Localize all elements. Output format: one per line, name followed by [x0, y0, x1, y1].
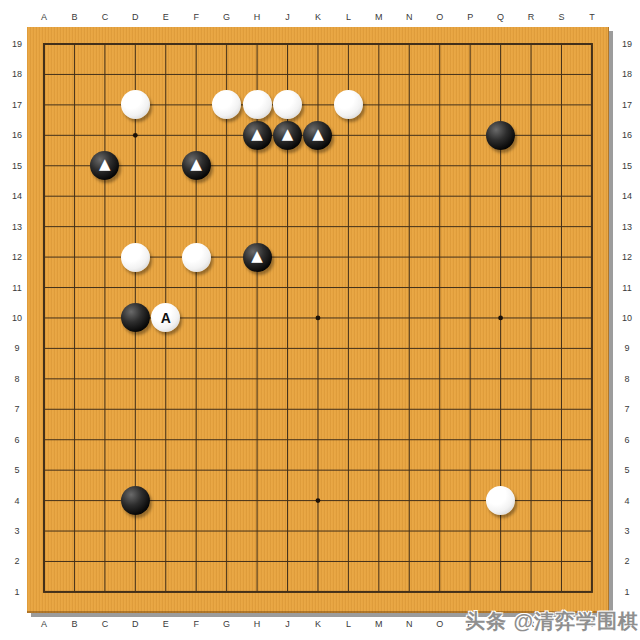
col-label-bottom-M: M	[369, 617, 389, 631]
col-label-top-K: K	[308, 10, 328, 24]
row-label-left-3: 3	[7, 524, 27, 538]
white-stone-E10: A	[151, 303, 180, 332]
row-label-left-13: 13	[7, 220, 27, 234]
triangle-mark: ▲	[312, 127, 324, 142]
triangle-mark: ▲	[282, 127, 294, 142]
row-label-right-18: 18	[617, 67, 637, 81]
watermark-text: 头条 @清弈学围棋	[465, 608, 639, 635]
col-label-top-D: D	[125, 10, 145, 24]
white-stone-J17	[273, 90, 302, 119]
row-label-left-5: 5	[7, 463, 27, 477]
row-label-left-18: 18	[7, 67, 27, 81]
row-label-left-11: 11	[7, 281, 27, 295]
col-label-top-O: O	[430, 10, 450, 24]
col-label-top-F: F	[186, 10, 206, 24]
col-label-top-G: G	[217, 10, 237, 24]
col-label-top-L: L	[338, 10, 358, 24]
row-label-left-17: 17	[7, 98, 27, 112]
row-label-right-11: 11	[617, 281, 637, 295]
col-label-top-P: P	[460, 10, 480, 24]
row-label-right-19: 19	[617, 37, 637, 51]
white-stone-L17	[334, 90, 363, 119]
col-label-bottom-G: G	[217, 617, 237, 631]
col-label-bottom-O: O	[430, 617, 450, 631]
black-stone-H12: ▲	[243, 243, 272, 272]
col-label-bottom-C: C	[95, 617, 115, 631]
black-stone-F15: ▲	[182, 151, 211, 180]
white-stone-D12	[121, 243, 150, 272]
col-label-bottom-L: L	[338, 617, 358, 631]
triangle-mark: ▲	[190, 157, 202, 172]
row-label-left-9: 9	[7, 341, 27, 355]
row-label-right-5: 5	[617, 463, 637, 477]
row-label-left-1: 1	[7, 585, 27, 599]
col-label-top-S: S	[551, 10, 571, 24]
row-label-right-4: 4	[617, 494, 637, 508]
black-stone-J16: ▲	[273, 121, 302, 150]
row-label-left-8: 8	[7, 372, 27, 386]
row-label-right-10: 10	[617, 311, 637, 325]
col-label-top-J: J	[278, 10, 298, 24]
row-label-left-12: 12	[7, 250, 27, 264]
col-label-top-B: B	[64, 10, 84, 24]
row-label-left-2: 2	[7, 554, 27, 568]
col-label-top-Q: Q	[491, 10, 511, 24]
col-label-bottom-H: H	[247, 617, 267, 631]
col-label-bottom-E: E	[156, 617, 176, 631]
row-label-left-7: 7	[7, 402, 27, 416]
row-label-left-14: 14	[7, 189, 27, 203]
row-label-right-9: 9	[617, 341, 637, 355]
row-label-right-7: 7	[617, 402, 637, 416]
go-diagram-page: ▲▲▲▲▲▲A 头条 @清弈学围棋 AABBCCDDEEFFGGHHJJKKLL…	[0, 0, 640, 640]
row-label-left-15: 15	[7, 159, 27, 173]
row-label-right-2: 2	[617, 554, 637, 568]
stones-grid: ▲▲▲▲▲▲A	[29, 29, 607, 607]
col-label-top-N: N	[399, 10, 419, 24]
col-label-top-A: A	[34, 10, 54, 24]
col-label-bottom-J: J	[278, 617, 298, 631]
col-label-bottom-A: A	[34, 617, 54, 631]
row-label-right-1: 1	[617, 585, 637, 599]
col-label-top-R: R	[521, 10, 541, 24]
col-label-top-M: M	[369, 10, 389, 24]
row-label-left-19: 19	[7, 37, 27, 51]
black-stone-D10	[121, 303, 150, 332]
row-label-left-6: 6	[7, 433, 27, 447]
row-label-right-15: 15	[617, 159, 637, 173]
black-stone-H16: ▲	[243, 121, 272, 150]
triangle-mark: ▲	[99, 157, 111, 172]
row-label-right-16: 16	[617, 128, 637, 142]
black-stone-K16: ▲	[303, 121, 332, 150]
row-label-right-8: 8	[617, 372, 637, 386]
col-label-bottom-F: F	[186, 617, 206, 631]
row-label-left-4: 4	[7, 494, 27, 508]
col-label-bottom-D: D	[125, 617, 145, 631]
black-stone-C15: ▲	[90, 151, 119, 180]
col-label-bottom-K: K	[308, 617, 328, 631]
col-label-top-H: H	[247, 10, 267, 24]
row-label-right-17: 17	[617, 98, 637, 112]
col-label-top-T: T	[582, 10, 602, 24]
white-stone-G17	[212, 90, 241, 119]
row-label-left-16: 16	[7, 128, 27, 142]
white-stone-D17	[121, 90, 150, 119]
row-label-right-14: 14	[617, 189, 637, 203]
letter-label-A: A	[161, 311, 171, 325]
black-stone-Q16	[486, 121, 515, 150]
row-label-right-6: 6	[617, 433, 637, 447]
col-label-top-C: C	[95, 10, 115, 24]
col-label-bottom-N: N	[399, 617, 419, 631]
row-label-right-3: 3	[617, 524, 637, 538]
col-label-top-E: E	[156, 10, 176, 24]
row-label-right-12: 12	[617, 250, 637, 264]
white-stone-F12	[182, 243, 211, 272]
black-stone-D4	[121, 486, 150, 515]
triangle-mark: ▲	[251, 249, 263, 264]
row-label-right-13: 13	[617, 220, 637, 234]
white-stone-Q4	[486, 486, 515, 515]
white-stone-H17	[243, 90, 272, 119]
row-label-left-10: 10	[7, 311, 27, 325]
col-label-bottom-B: B	[64, 617, 84, 631]
triangle-mark: ▲	[251, 127, 263, 142]
